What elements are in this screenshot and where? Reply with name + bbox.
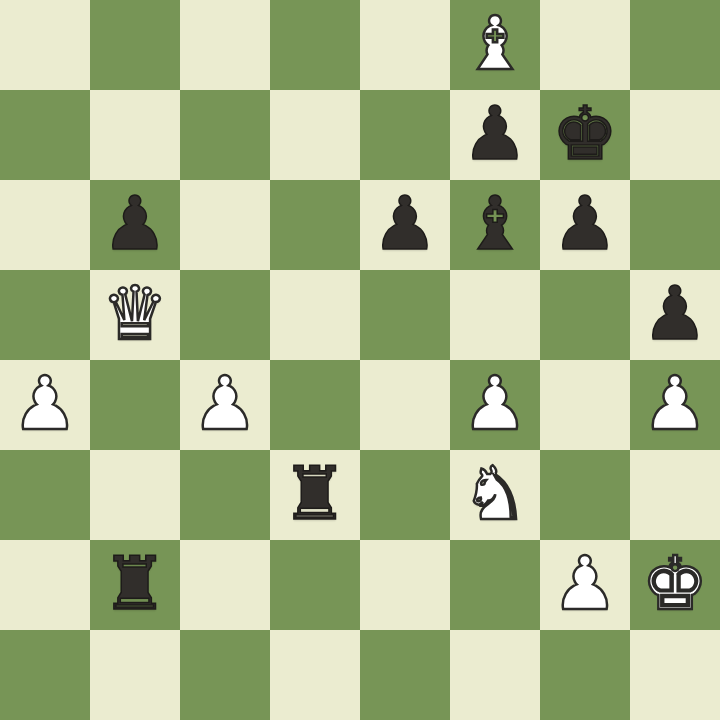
piece-white-pawn[interactable]: ♟ bbox=[12, 366, 78, 440]
square-f5[interactable] bbox=[450, 270, 540, 360]
square-b5[interactable]: ♛ bbox=[90, 270, 180, 360]
square-g7[interactable]: ♚ bbox=[540, 90, 630, 180]
square-a7[interactable] bbox=[0, 90, 90, 180]
square-b7[interactable] bbox=[90, 90, 180, 180]
square-h1[interactable] bbox=[630, 630, 720, 720]
square-g1[interactable] bbox=[540, 630, 630, 720]
square-h2[interactable]: ♚ bbox=[630, 540, 720, 630]
square-f8[interactable]: ♝ bbox=[450, 0, 540, 90]
square-h5[interactable]: ♟ bbox=[630, 270, 720, 360]
square-f1[interactable] bbox=[450, 630, 540, 720]
square-h4[interactable]: ♟ bbox=[630, 360, 720, 450]
square-e7[interactable] bbox=[360, 90, 450, 180]
piece-white-pawn[interactable]: ♟ bbox=[192, 366, 258, 440]
square-b3[interactable] bbox=[90, 450, 180, 540]
square-c3[interactable] bbox=[180, 450, 270, 540]
piece-black-pawn[interactable]: ♟ bbox=[462, 96, 528, 170]
square-g2[interactable]: ♟ bbox=[540, 540, 630, 630]
square-e5[interactable] bbox=[360, 270, 450, 360]
square-d2[interactable] bbox=[270, 540, 360, 630]
square-e2[interactable] bbox=[360, 540, 450, 630]
square-d3[interactable]: ♜ bbox=[270, 450, 360, 540]
square-d7[interactable] bbox=[270, 90, 360, 180]
square-a6[interactable] bbox=[0, 180, 90, 270]
piece-white-king[interactable]: ♚ bbox=[642, 546, 708, 620]
square-c7[interactable] bbox=[180, 90, 270, 180]
square-c4[interactable]: ♟ bbox=[180, 360, 270, 450]
square-h7[interactable] bbox=[630, 90, 720, 180]
square-d1[interactable] bbox=[270, 630, 360, 720]
square-h3[interactable] bbox=[630, 450, 720, 540]
square-d6[interactable] bbox=[270, 180, 360, 270]
square-d4[interactable] bbox=[270, 360, 360, 450]
piece-black-pawn[interactable]: ♟ bbox=[552, 186, 618, 260]
square-c2[interactable] bbox=[180, 540, 270, 630]
square-e1[interactable] bbox=[360, 630, 450, 720]
square-a3[interactable] bbox=[0, 450, 90, 540]
piece-black-rook[interactable]: ♜ bbox=[102, 546, 168, 620]
piece-white-pawn[interactable]: ♟ bbox=[642, 366, 708, 440]
square-b4[interactable] bbox=[90, 360, 180, 450]
square-c6[interactable] bbox=[180, 180, 270, 270]
square-h6[interactable] bbox=[630, 180, 720, 270]
piece-white-pawn[interactable]: ♟ bbox=[462, 366, 528, 440]
piece-black-pawn[interactable]: ♟ bbox=[642, 276, 708, 350]
square-e4[interactable] bbox=[360, 360, 450, 450]
square-a8[interactable] bbox=[0, 0, 90, 90]
piece-white-queen[interactable]: ♛ bbox=[102, 276, 168, 350]
square-c1[interactable] bbox=[180, 630, 270, 720]
square-b1[interactable] bbox=[90, 630, 180, 720]
square-a4[interactable]: ♟ bbox=[0, 360, 90, 450]
square-e6[interactable]: ♟ bbox=[360, 180, 450, 270]
square-f7[interactable]: ♟ bbox=[450, 90, 540, 180]
chess-board: ♝♟♚♟♟♝♟♛♟♟♟♟♟♜♞♜♟♚ bbox=[0, 0, 720, 720]
square-g4[interactable] bbox=[540, 360, 630, 450]
square-d8[interactable] bbox=[270, 0, 360, 90]
square-f3[interactable]: ♞ bbox=[450, 450, 540, 540]
square-c5[interactable] bbox=[180, 270, 270, 360]
square-g3[interactable] bbox=[540, 450, 630, 540]
square-e3[interactable] bbox=[360, 450, 450, 540]
piece-black-pawn[interactable]: ♟ bbox=[372, 186, 438, 260]
square-g5[interactable] bbox=[540, 270, 630, 360]
square-f6[interactable]: ♝ bbox=[450, 180, 540, 270]
square-d5[interactable] bbox=[270, 270, 360, 360]
square-e8[interactable] bbox=[360, 0, 450, 90]
square-f4[interactable]: ♟ bbox=[450, 360, 540, 450]
square-a1[interactable] bbox=[0, 630, 90, 720]
square-a2[interactable] bbox=[0, 540, 90, 630]
square-h8[interactable] bbox=[630, 0, 720, 90]
square-a5[interactable] bbox=[0, 270, 90, 360]
piece-white-pawn[interactable]: ♟ bbox=[552, 546, 618, 620]
square-g6[interactable]: ♟ bbox=[540, 180, 630, 270]
piece-black-king[interactable]: ♚ bbox=[552, 96, 618, 170]
square-c8[interactable] bbox=[180, 0, 270, 90]
piece-black-pawn[interactable]: ♟ bbox=[102, 186, 168, 260]
piece-black-rook[interactable]: ♜ bbox=[282, 456, 348, 530]
square-g8[interactable] bbox=[540, 0, 630, 90]
square-b8[interactable] bbox=[90, 0, 180, 90]
square-b6[interactable]: ♟ bbox=[90, 180, 180, 270]
piece-white-knight[interactable]: ♞ bbox=[462, 456, 528, 530]
square-b2[interactable]: ♜ bbox=[90, 540, 180, 630]
square-f2[interactable] bbox=[450, 540, 540, 630]
piece-black-bishop[interactable]: ♝ bbox=[462, 186, 528, 260]
piece-white-bishop[interactable]: ♝ bbox=[462, 6, 528, 80]
